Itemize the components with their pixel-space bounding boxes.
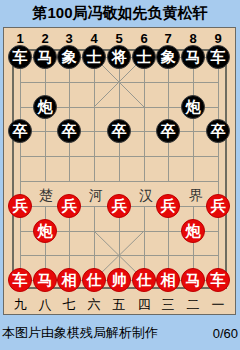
- file-label-bottom-3: 三: [156, 296, 180, 314]
- piece-black-elephant[interactable]: 象: [57, 45, 81, 69]
- piece-black-soldier[interactable]: 卒: [206, 119, 230, 143]
- game-title: 第100局冯敬如先负黄松轩: [0, 4, 240, 23]
- file-label-bottom-4: 四: [132, 296, 156, 314]
- piece-red-horse[interactable]: 马: [33, 268, 57, 292]
- piece-black-horse[interactable]: 马: [181, 45, 205, 69]
- piece-black-horse[interactable]: 马: [33, 45, 57, 69]
- piece-black-soldier[interactable]: 卒: [8, 119, 32, 143]
- piece-red-chariot[interactable]: 车: [8, 268, 32, 292]
- piece-red-advisor[interactable]: 仕: [132, 268, 156, 292]
- file-label-bottom-1: 一: [206, 296, 230, 314]
- xiangqi-board: 1 2 3 4 5 6 7 8 9: [3, 27, 236, 315]
- piece-black-chariot[interactable]: 车: [8, 45, 32, 69]
- piece-red-advisor[interactable]: 仕: [82, 268, 106, 292]
- piece-black-soldier[interactable]: 卒: [107, 119, 131, 143]
- piece-black-elephant[interactable]: 象: [156, 45, 180, 69]
- river-char-chu: 楚: [36, 187, 56, 205]
- piece-red-horse[interactable]: 马: [181, 268, 205, 292]
- file-label-bottom-5: 五: [107, 296, 131, 314]
- piece-black-soldier[interactable]: 卒: [57, 119, 81, 143]
- piece-black-cannon[interactable]: 炮: [181, 95, 205, 119]
- file-label-bottom-2: 二: [181, 296, 205, 314]
- piece-black-general[interactable]: 将: [107, 45, 131, 69]
- file-label-bottom-6: 六: [82, 296, 106, 314]
- piece-red-soldier[interactable]: 兵: [107, 194, 131, 218]
- piece-red-soldier[interactable]: 兵: [206, 194, 230, 218]
- credit-text: 本图片由象棋残局解析制作: [2, 324, 158, 342]
- file-label-bottom-8: 八: [33, 296, 57, 314]
- footer: 本图片由象棋残局解析制作 0/60: [2, 324, 238, 342]
- piece-black-advisor[interactable]: 士: [132, 45, 156, 69]
- piece-red-general[interactable]: 帅: [107, 268, 131, 292]
- piece-red-elephant[interactable]: 相: [156, 268, 180, 292]
- river-char-han: 汉: [136, 187, 156, 205]
- piece-black-advisor[interactable]: 士: [82, 45, 106, 69]
- river-char-jie: 界: [186, 187, 206, 205]
- river-char-he: 河: [86, 187, 106, 205]
- piece-red-soldier[interactable]: 兵: [57, 194, 81, 218]
- piece-black-soldier[interactable]: 卒: [156, 119, 180, 143]
- piece-red-elephant[interactable]: 相: [57, 268, 81, 292]
- piece-red-soldier[interactable]: 兵: [156, 194, 180, 218]
- progress-counter: 0/60: [213, 326, 238, 341]
- file-label-bottom-9: 九: [8, 296, 32, 314]
- file-label-bottom-7: 七: [57, 296, 81, 314]
- piece-red-cannon[interactable]: 炮: [33, 219, 57, 243]
- piece-red-cannon[interactable]: 炮: [181, 219, 205, 243]
- piece-black-chariot[interactable]: 车: [206, 45, 230, 69]
- piece-black-cannon[interactable]: 炮: [33, 95, 57, 119]
- piece-red-chariot[interactable]: 车: [206, 268, 230, 292]
- piece-red-soldier[interactable]: 兵: [8, 194, 32, 218]
